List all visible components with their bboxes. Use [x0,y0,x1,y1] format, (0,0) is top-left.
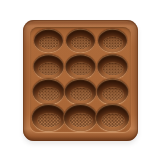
cup-cell-r3c2 [64,79,96,105]
cup-dimple-texture [37,88,59,101]
cup-dimple-texture [69,113,92,127]
muffin-cup [66,29,95,53]
cup-cell-r4c1 [32,105,64,131]
cup-dimple-texture [37,113,60,127]
muffin-cup [96,104,129,131]
product-photo [0,0,160,160]
cup-cell-r4c2 [64,105,96,131]
cup-cell-r1c1 [32,28,64,54]
muffin-cup [65,54,95,79]
muffin-cup [33,54,63,79]
muffin-cup [32,79,64,105]
cup-dimple-texture [71,37,91,49]
cup-dimple-texture [38,63,59,76]
cup-cell-r3c3 [97,79,129,105]
cup-cell-r3c1 [32,79,64,105]
cup-cell-r2c1 [32,54,64,80]
cup-dimple-texture [70,63,91,76]
cup-cell-r1c2 [64,28,96,54]
cup-dimple-texture [103,37,123,49]
cup-dimple-texture [102,88,124,101]
muffin-cup [98,29,127,53]
muffin-cup [98,54,128,79]
muffin-cup [97,79,129,105]
muffin-cup [34,29,63,53]
cup-dimple-texture [103,63,124,76]
cup-cell-r2c3 [97,54,129,80]
pan-inner-tray [30,27,131,132]
cup-dimple-texture [101,113,124,127]
muffin-cup [64,104,97,131]
cup-cell-r1c3 [97,28,129,54]
muffin-cup [31,104,64,131]
cup-dimple-texture [70,88,92,101]
cup-cell-r2c2 [64,54,96,80]
cup-grid [30,27,131,132]
muffin-pan [23,20,138,141]
cup-dimple-texture [38,37,58,49]
cup-cell-r4c3 [97,105,129,131]
muffin-cup [65,79,97,105]
